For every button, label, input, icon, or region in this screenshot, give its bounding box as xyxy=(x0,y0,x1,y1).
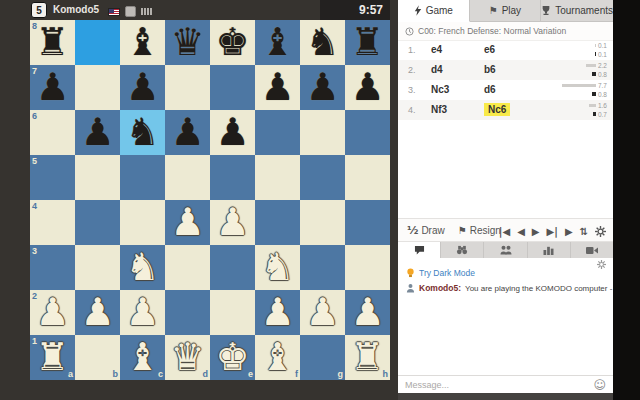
file-label-d: d xyxy=(203,369,209,379)
dark-mode-link[interactable]: Try Dark Mode xyxy=(419,268,475,278)
white-pawn-c2[interactable]: ♟ xyxy=(120,290,165,335)
square-c5[interactable] xyxy=(120,155,165,200)
file-label-f: f xyxy=(295,369,298,379)
move-times: 2.20.8 xyxy=(586,61,607,78)
black-knight-c6[interactable]: ♞ xyxy=(120,110,165,155)
file-label-b: b xyxy=(113,369,119,379)
square-e5[interactable] xyxy=(210,155,255,200)
resign-button[interactable]: ⚑ Resign xyxy=(458,225,501,236)
square-h2[interactable]: ♟ xyxy=(345,290,390,335)
chart-icon xyxy=(543,245,554,255)
square-h6[interactable] xyxy=(345,110,390,155)
white-move-Nc3[interactable]: Nc3 xyxy=(431,84,449,95)
tab-game-label: Game xyxy=(426,5,453,16)
square-g4[interactable] xyxy=(300,200,345,245)
square-c7[interactable]: ♟ xyxy=(120,65,165,110)
black-pawn-c7[interactable]: ♟ xyxy=(120,65,165,110)
rank-label-3: 3 xyxy=(32,246,37,256)
black-move-d6[interactable]: d6 xyxy=(484,84,496,95)
tab-videos[interactable] xyxy=(571,242,613,258)
square-g2[interactable]: ♟ xyxy=(300,290,345,335)
tab-chat[interactable] xyxy=(398,242,441,258)
square-f8[interactable]: ♝ xyxy=(255,20,300,65)
user-icon xyxy=(406,283,415,293)
go-to-start-button[interactable]: |◀ xyxy=(499,226,510,237)
go-to-end-button[interactable]: ▶| xyxy=(547,226,558,237)
computer-chip-icon xyxy=(125,6,136,17)
square-b7[interactable] xyxy=(75,65,120,110)
square-c4[interactable] xyxy=(120,200,165,245)
resign-flag-icon: ⚑ xyxy=(458,225,467,236)
right-black-strip xyxy=(613,0,640,400)
tab-friends[interactable] xyxy=(484,242,527,258)
settings-gear-icon[interactable] xyxy=(595,226,606,237)
white-move-Nf3[interactable]: Nf3 xyxy=(431,104,447,115)
square-d5[interactable] xyxy=(165,155,210,200)
square-h1[interactable]: ♜h xyxy=(345,335,390,380)
square-b1[interactable]: b xyxy=(75,335,120,380)
white-pawn-f2[interactable]: ♟ xyxy=(255,290,300,335)
square-f4[interactable] xyxy=(255,200,300,245)
move-number: 1. xyxy=(408,45,416,55)
move-list: 1.e4e60.10.12.d4b62.20.83.Nc3d67.70.84.N… xyxy=(398,40,613,120)
app-window: 5 Komodo5 9:57 ♜8♝♛♚♝♞♜♟7♟♟♟♟6♟♞♟♟54♟♟3♞… xyxy=(0,0,640,400)
square-a6[interactable]: 6 xyxy=(30,110,75,155)
black-move-e6[interactable]: e6 xyxy=(484,44,495,55)
black-pawn-h7[interactable]: ♟ xyxy=(345,65,390,110)
tab-stats[interactable] xyxy=(528,242,571,258)
black-bishop-f8[interactable]: ♝ xyxy=(255,20,300,65)
square-b8[interactable] xyxy=(75,20,120,65)
rank-label-5: 5 xyxy=(32,156,37,166)
top-player-name[interactable]: Komodo5 xyxy=(53,4,99,15)
square-h5[interactable] xyxy=(345,155,390,200)
black-king-e8[interactable]: ♚ xyxy=(210,20,255,65)
black-pawn-b6[interactable]: ♟ xyxy=(75,110,120,155)
square-b6[interactable]: ♟ xyxy=(75,110,120,155)
white-move-e4[interactable]: e4 xyxy=(431,44,442,55)
tab-spectators[interactable] xyxy=(441,242,484,258)
square-b4[interactable] xyxy=(75,200,120,245)
next-move-button[interactable]: ▶ xyxy=(532,226,540,237)
move-row-3: 3.Nc3d67.70.8 xyxy=(398,80,613,100)
white-knight-c3[interactable]: ♞ xyxy=(120,245,165,290)
chat-message: Komodo5: You are playing the KOMODO comp… xyxy=(406,283,640,293)
trophy-icon xyxy=(541,5,551,16)
square-c6[interactable]: ♞ xyxy=(120,110,165,155)
square-f3[interactable]: ♞ xyxy=(255,245,300,290)
top-player-avatar[interactable]: 5 xyxy=(31,2,47,18)
file-label-h: h xyxy=(383,369,389,379)
file-label-g: g xyxy=(338,369,344,379)
move-row-1: 1.e4e60.10.1 xyxy=(398,40,613,60)
square-a8[interactable]: ♜8 xyxy=(30,20,75,65)
square-d1[interactable]: ♛d xyxy=(165,335,210,380)
square-b3[interactable] xyxy=(75,245,120,290)
square-a5[interactable]: 5 xyxy=(30,155,75,200)
square-f1[interactable]: ♝f xyxy=(255,335,300,380)
black-rook-h8[interactable]: ♜ xyxy=(345,20,390,65)
square-f6[interactable] xyxy=(255,110,300,155)
square-g6[interactable] xyxy=(300,110,345,155)
rank-label-6: 6 xyxy=(32,111,37,121)
chat-bubble-icon xyxy=(414,245,425,255)
rank-label-2: 2 xyxy=(32,291,37,301)
square-e8[interactable]: ♚ xyxy=(210,20,255,65)
square-c8[interactable]: ♝ xyxy=(120,20,165,65)
square-e6[interactable]: ♟ xyxy=(210,110,255,155)
rank-label-7: 7 xyxy=(32,66,37,76)
square-b5[interactable] xyxy=(75,155,120,200)
square-b2[interactable]: ♟ xyxy=(75,290,120,335)
square-e4[interactable]: ♟ xyxy=(210,200,255,245)
move-number: 2. xyxy=(408,65,416,75)
square-h3[interactable] xyxy=(345,245,390,290)
rating-bars-icon xyxy=(141,8,152,15)
square-c2[interactable]: ♟ xyxy=(120,290,165,335)
tab-play[interactable]: ⚑ Play xyxy=(470,0,542,22)
message-input[interactable]: Message... xyxy=(405,380,449,390)
tab-game[interactable]: Game xyxy=(398,0,470,22)
rank-label-8: 8 xyxy=(32,21,37,31)
white-bishop-f1[interactable]: ♝ xyxy=(255,335,300,380)
square-g5[interactable] xyxy=(300,155,345,200)
white-knight-f3[interactable]: ♞ xyxy=(255,245,300,290)
square-g1[interactable]: g xyxy=(300,335,345,380)
square-e3[interactable] xyxy=(210,245,255,290)
chat-options-gear-icon[interactable] xyxy=(597,260,606,269)
square-d2[interactable] xyxy=(165,290,210,335)
previous-move-button[interactable]: ◀ xyxy=(517,226,525,237)
square-d3[interactable] xyxy=(165,245,210,290)
black-pawn-f7[interactable]: ♟ xyxy=(255,65,300,110)
dark-mode-banner: Try Dark Mode xyxy=(406,268,475,278)
square-e7[interactable] xyxy=(210,65,255,110)
move-times: 1.60.7 xyxy=(589,101,607,118)
file-label-a: a xyxy=(68,369,73,379)
top-player-flag-icon xyxy=(108,8,120,16)
top-player-clock: 9:57 xyxy=(320,0,390,20)
square-f2[interactable]: ♟ xyxy=(255,290,300,335)
move-row-4: 4.Nf3Nc61.60.7 xyxy=(398,100,613,120)
square-e2[interactable] xyxy=(210,290,255,335)
black-pawn-e6[interactable]: ♟ xyxy=(210,110,255,155)
black-bishop-c8[interactable]: ♝ xyxy=(120,20,165,65)
black-pawn-d6[interactable]: ♟ xyxy=(165,110,210,155)
opening-name-row: C00: French Defense: Normal Variation xyxy=(398,22,613,41)
binoculars-icon xyxy=(456,245,468,255)
square-f7[interactable]: ♟ xyxy=(255,65,300,110)
panel-footer-strip xyxy=(398,393,613,400)
square-g3[interactable] xyxy=(300,245,345,290)
bottom-player-bar: genveir 9:19 xyxy=(0,380,398,400)
square-e1[interactable]: ♚e xyxy=(210,335,255,380)
square-h4[interactable] xyxy=(345,200,390,245)
draw-button[interactable]: ½ Draw xyxy=(407,224,445,237)
black-pawn-g7[interactable]: ♟ xyxy=(300,65,345,110)
square-f5[interactable] xyxy=(255,155,300,200)
top-player-bar: 5 Komodo5 9:57 xyxy=(0,0,398,20)
chat-tabs xyxy=(398,242,613,258)
rank-label-4: 4 xyxy=(32,201,37,211)
square-d8[interactable]: ♛ xyxy=(165,20,210,65)
square-d7[interactable] xyxy=(165,65,210,110)
white-pawn-d4[interactable]: ♟ xyxy=(165,200,210,245)
square-h7[interactable]: ♟ xyxy=(345,65,390,110)
move-times: 7.70.8 xyxy=(562,81,607,98)
tab-tournaments[interactable]: Tournaments xyxy=(541,0,613,22)
flag-icon: ⚑ xyxy=(489,5,498,16)
message-input-row: Message... ☺ xyxy=(398,375,613,393)
chat-username: Komodo5: xyxy=(419,283,461,293)
square-d6[interactable]: ♟ xyxy=(165,110,210,155)
square-c1[interactable]: ♝c xyxy=(120,335,165,380)
square-h8[interactable]: ♜ xyxy=(345,20,390,65)
file-label-e: e xyxy=(248,369,253,379)
emoji-smiley-icon[interactable]: ☺ xyxy=(593,379,606,391)
people-icon xyxy=(500,245,512,255)
flip-board-button[interactable]: ⇅ xyxy=(580,226,588,237)
square-a3[interactable]: 3 xyxy=(30,245,75,290)
move-number: 4. xyxy=(408,105,416,115)
chess-board: ♜8♝♛♚♝♞♜♟7♟♟♟♟6♟♞♟♟54♟♟3♞♞♟2♟♟♟♟♟♜1ab♝c♛… xyxy=(30,20,390,380)
square-c3[interactable]: ♞ xyxy=(120,245,165,290)
opening-name: C00: French Defense: Normal Variation xyxy=(418,26,566,36)
autoplay-button[interactable]: ▶ xyxy=(565,226,573,237)
black-knight-g8[interactable]: ♞ xyxy=(300,20,345,65)
board-region: 5 Komodo5 9:57 ♜8♝♛♚♝♞♜♟7♟♟♟♟6♟♞♟♟54♟♟3♞… xyxy=(0,0,398,400)
square-a4[interactable]: 4 xyxy=(30,200,75,245)
video-camera-icon xyxy=(586,246,598,255)
lamp-icon xyxy=(406,268,415,278)
white-pawn-b2[interactable]: ♟ xyxy=(75,290,120,335)
game-panel: Game ⚑ Play Tournaments C00: French Defe… xyxy=(398,0,613,393)
opening-clock-icon xyxy=(405,27,414,36)
square-a1[interactable]: ♜1a xyxy=(30,335,75,380)
white-pawn-g2[interactable]: ♟ xyxy=(300,290,345,335)
square-d4[interactable]: ♟ xyxy=(165,200,210,245)
tab-play-label: Play xyxy=(502,5,521,16)
square-g8[interactable]: ♞ xyxy=(300,20,345,65)
square-a2[interactable]: ♟2 xyxy=(30,290,75,335)
black-move-b6[interactable]: b6 xyxy=(484,64,496,75)
game-controls-bar: ½ Draw ⚑ Resign |◀ ◀ ▶ ▶| ▶ ⇅ xyxy=(398,218,613,242)
file-label-c: c xyxy=(158,369,163,379)
white-pawn-e4[interactable]: ♟ xyxy=(210,200,255,245)
black-move-Nc6[interactable]: Nc6 xyxy=(484,104,510,115)
tab-tournaments-label: Tournaments xyxy=(555,5,613,16)
move-number: 3. xyxy=(408,85,416,95)
lightning-icon xyxy=(414,5,422,16)
black-queen-d8[interactable]: ♛ xyxy=(165,20,210,65)
rank-label-1: 1 xyxy=(32,336,37,346)
square-g7[interactable]: ♟ xyxy=(300,65,345,110)
move-row-2: 2.d4b62.20.8 xyxy=(398,60,613,80)
move-times: 0.10.1 xyxy=(595,41,607,58)
square-a7[interactable]: ♟7 xyxy=(30,65,75,110)
white-move-d4[interactable]: d4 xyxy=(431,64,443,75)
panel-tabs: Game ⚑ Play Tournaments xyxy=(398,0,613,22)
white-pawn-h2[interactable]: ♟ xyxy=(345,290,390,335)
